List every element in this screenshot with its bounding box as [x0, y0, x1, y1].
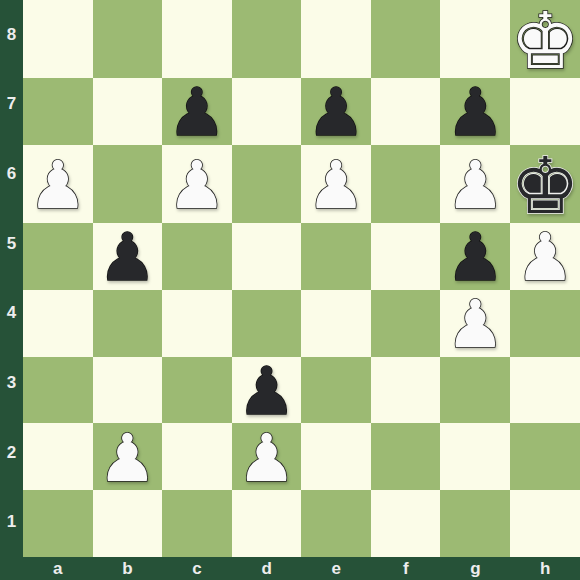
file-label-d: d: [232, 557, 302, 580]
file-label-a: a: [23, 557, 93, 580]
square-c4[interactable]: [162, 290, 232, 357]
piece-white-pawn-g6[interactable]: ♟: [446, 153, 505, 219]
square-g7[interactable]: ♟: [440, 78, 510, 145]
piece-white-pawn-e6[interactable]: ♟: [307, 153, 366, 219]
file-label-b: b: [93, 557, 163, 580]
square-c5[interactable]: [162, 223, 232, 290]
square-e6[interactable]: ♟: [301, 145, 371, 223]
square-d3[interactable]: ♟: [232, 357, 302, 424]
square-e2[interactable]: [301, 423, 371, 490]
piece-white-pawn-c6[interactable]: ♟: [167, 153, 226, 219]
file-labels: abcdefgh: [23, 557, 580, 580]
square-g6[interactable]: ♟: [440, 145, 510, 223]
piece-white-pawn-b2[interactable]: ♟: [98, 426, 157, 492]
square-a4[interactable]: [23, 290, 93, 357]
square-b2[interactable]: ♟: [93, 423, 163, 490]
piece-black-pawn-e7[interactable]: ♟: [307, 80, 366, 146]
square-a1[interactable]: [23, 490, 93, 557]
rank-label-7: 7: [0, 70, 23, 140]
rank-label-3: 3: [0, 348, 23, 418]
piece-white-pawn-a6[interactable]: ♟: [28, 153, 87, 219]
rank-label-1: 1: [0, 487, 23, 557]
piece-black-pawn-g7[interactable]: ♟: [446, 80, 505, 146]
rank-label-4: 4: [0, 279, 23, 349]
square-b5[interactable]: ♟: [93, 223, 163, 290]
square-b8[interactable]: [93, 0, 163, 78]
square-d4[interactable]: [232, 290, 302, 357]
square-h7[interactable]: [510, 78, 580, 145]
square-a8[interactable]: [23, 0, 93, 78]
piece-white-pawn-g4[interactable]: ♟: [446, 292, 505, 358]
square-e3[interactable]: [301, 357, 371, 424]
square-a5[interactable]: [23, 223, 93, 290]
square-f5[interactable]: [371, 223, 441, 290]
square-f2[interactable]: [371, 423, 441, 490]
square-b6[interactable]: [93, 145, 163, 223]
square-f8[interactable]: [371, 0, 441, 78]
square-c3[interactable]: [162, 357, 232, 424]
square-c8[interactable]: [162, 0, 232, 78]
square-h6[interactable]: ♚: [510, 145, 580, 223]
file-label-f: f: [371, 557, 441, 580]
file-label-g: g: [441, 557, 511, 580]
square-c6[interactable]: ♟: [162, 145, 232, 223]
square-c1[interactable]: [162, 490, 232, 557]
square-b1[interactable]: [93, 490, 163, 557]
square-c7[interactable]: ♟: [162, 78, 232, 145]
piece-black-pawn-b5[interactable]: ♟: [98, 225, 157, 291]
square-g2[interactable]: [440, 423, 510, 490]
square-e8[interactable]: [301, 0, 371, 78]
rank-labels: 87654321: [0, 0, 23, 557]
square-h1[interactable]: [510, 490, 580, 557]
square-c2[interactable]: [162, 423, 232, 490]
board: ♚♟♟♟♟♟♟♟♚♟♟♟♟♟♟♟: [23, 0, 580, 557]
square-a2[interactable]: [23, 423, 93, 490]
piece-black-pawn-g5[interactable]: ♟: [446, 225, 505, 291]
file-label-c: c: [162, 557, 232, 580]
piece-black-king-h6[interactable]: ♚: [510, 147, 580, 225]
square-g3[interactable]: [440, 357, 510, 424]
square-b3[interactable]: [93, 357, 163, 424]
square-d7[interactable]: [232, 78, 302, 145]
square-f6[interactable]: [371, 145, 441, 223]
file-label-e: e: [302, 557, 372, 580]
square-h3[interactable]: [510, 357, 580, 424]
square-g5[interactable]: ♟: [440, 223, 510, 290]
square-d6[interactable]: [232, 145, 302, 223]
piece-black-pawn-d3[interactable]: ♟: [237, 359, 296, 425]
square-f7[interactable]: [371, 78, 441, 145]
square-a7[interactable]: [23, 78, 93, 145]
square-e7[interactable]: ♟: [301, 78, 371, 145]
square-d8[interactable]: [232, 0, 302, 78]
square-g4[interactable]: ♟: [440, 290, 510, 357]
square-d5[interactable]: [232, 223, 302, 290]
square-f3[interactable]: [371, 357, 441, 424]
piece-white-king-h8[interactable]: ♚: [510, 2, 580, 80]
piece-white-pawn-h5[interactable]: ♟: [515, 225, 574, 291]
square-a3[interactable]: [23, 357, 93, 424]
square-e1[interactable]: [301, 490, 371, 557]
square-h8[interactable]: ♚: [510, 0, 580, 78]
square-h4[interactable]: [510, 290, 580, 357]
square-h5[interactable]: ♟: [510, 223, 580, 290]
chessboard-container: 87654321 ♚♟♟♟♟♟♟♟♚♟♟♟♟♟♟♟ abcdefgh: [0, 0, 580, 580]
square-d1[interactable]: [232, 490, 302, 557]
square-b4[interactable]: [93, 290, 163, 357]
piece-black-pawn-c7[interactable]: ♟: [167, 80, 226, 146]
piece-white-pawn-d2[interactable]: ♟: [237, 426, 296, 492]
square-f4[interactable]: [371, 290, 441, 357]
square-a6[interactable]: ♟: [23, 145, 93, 223]
square-g1[interactable]: [440, 490, 510, 557]
rank-label-2: 2: [0, 418, 23, 488]
file-label-h: h: [510, 557, 580, 580]
rank-label-5: 5: [0, 209, 23, 279]
square-h2[interactable]: [510, 423, 580, 490]
board-corner: [0, 557, 23, 580]
square-d2[interactable]: ♟: [232, 423, 302, 490]
square-g8[interactable]: [440, 0, 510, 78]
square-e5[interactable]: [301, 223, 371, 290]
square-e4[interactable]: [301, 290, 371, 357]
square-b7[interactable]: [93, 78, 163, 145]
rank-label-6: 6: [0, 139, 23, 209]
rank-label-8: 8: [0, 0, 23, 70]
square-f1[interactable]: [371, 490, 441, 557]
